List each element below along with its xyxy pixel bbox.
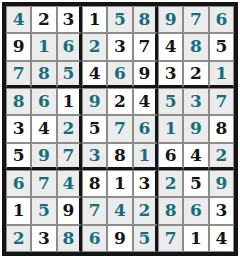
sudoku-cell[interactable]: 7 xyxy=(183,6,208,33)
sudoku-cell[interactable]: 1 xyxy=(209,61,234,88)
sudoku-cell[interactable]: 5 xyxy=(31,197,56,224)
sudoku-cell[interactable]: 1 xyxy=(6,197,31,224)
sudoku-cell[interactable]: 2 xyxy=(31,6,56,33)
sudoku-cell[interactable]: 7 xyxy=(133,33,158,60)
sudoku-cell[interactable]: 8 xyxy=(133,6,158,33)
sudoku-cell[interactable]: 4 xyxy=(133,88,158,115)
sudoku-cell[interactable]: 8 xyxy=(183,33,208,60)
sudoku-cell[interactable]: 5 xyxy=(133,225,158,252)
sudoku-cell[interactable]: 4 xyxy=(107,197,132,224)
sudoku-cell[interactable]: 4 xyxy=(82,61,107,88)
sudoku-cell[interactable]: 5 xyxy=(82,115,107,142)
sudoku-cell[interactable]: 7 xyxy=(209,88,234,115)
sudoku-cell[interactable]: 4 xyxy=(209,225,234,252)
sudoku-cell[interactable]: 7 xyxy=(57,143,82,170)
sudoku-cell[interactable]: 7 xyxy=(82,197,107,224)
sudoku-cell[interactable]: 1 xyxy=(57,88,82,115)
sudoku-cell[interactable]: 9 xyxy=(57,197,82,224)
sudoku-cell[interactable]: 3 xyxy=(6,115,31,142)
sudoku-cell[interactable]: 3 xyxy=(57,6,82,33)
sudoku-cell[interactable]: 4 xyxy=(6,6,31,33)
sudoku-cell[interactable]: 6 xyxy=(158,143,183,170)
sudoku-cell[interactable]: 5 xyxy=(107,6,132,33)
sudoku-cell[interactable]: 8 xyxy=(82,170,107,197)
sudoku-cell[interactable]: 9 xyxy=(82,88,107,115)
sudoku-cell[interactable]: 2 xyxy=(57,115,82,142)
sudoku-cell[interactable]: 4 xyxy=(31,115,56,142)
sudoku-cell[interactable]: 3 xyxy=(82,143,107,170)
sudoku-cell[interactable]: 9 xyxy=(107,225,132,252)
sudoku-cell[interactable]: 1 xyxy=(107,170,132,197)
sudoku-cell[interactable]: 2 xyxy=(183,61,208,88)
sudoku-cell[interactable]: 5 xyxy=(6,143,31,170)
sudoku-cell[interactable]: 5 xyxy=(158,88,183,115)
sudoku-cell[interactable]: 5 xyxy=(209,33,234,60)
sudoku-cell[interactable]: 2 xyxy=(209,143,234,170)
sudoku-cell[interactable]: 2 xyxy=(158,170,183,197)
sudoku-cell[interactable]: 5 xyxy=(57,61,82,88)
sudoku-cell[interactable]: 6 xyxy=(57,33,82,60)
sudoku-cell[interactable]: 6 xyxy=(209,6,234,33)
sudoku-cell[interactable]: 3 xyxy=(133,170,158,197)
sudoku-cell[interactable]: 1 xyxy=(31,33,56,60)
sudoku-cell[interactable]: 1 xyxy=(183,225,208,252)
sudoku-cell[interactable]: 8 xyxy=(57,225,82,252)
sudoku-cell[interactable]: 6 xyxy=(183,197,208,224)
sudoku-cell[interactable]: 6 xyxy=(107,61,132,88)
sudoku-cell[interactable]: 7 xyxy=(31,170,56,197)
sudoku-cell[interactable]: 6 xyxy=(133,115,158,142)
sudoku-cell[interactable]: 8 xyxy=(6,88,31,115)
sudoku-cell[interactable]: 3 xyxy=(209,197,234,224)
sudoku-cell[interactable]: 8 xyxy=(107,143,132,170)
sudoku-cell[interactable]: 9 xyxy=(158,6,183,33)
sudoku-cell[interactable]: 6 xyxy=(6,170,31,197)
sudoku-cell[interactable]: 6 xyxy=(82,225,107,252)
sudoku-cell[interactable]: 4 xyxy=(57,170,82,197)
sudoku-cell[interactable]: 3 xyxy=(158,61,183,88)
sudoku-cell[interactable]: 8 xyxy=(31,61,56,88)
sudoku-board: 4231589769162374857854693218619245373425… xyxy=(2,2,238,256)
sudoku-cell[interactable]: 5 xyxy=(183,170,208,197)
sudoku-cell[interactable]: 7 xyxy=(107,115,132,142)
sudoku-cell[interactable]: 6 xyxy=(31,88,56,115)
sudoku-cell[interactable]: 3 xyxy=(183,88,208,115)
sudoku-cell[interactable]: 2 xyxy=(82,33,107,60)
sudoku-cell[interactable]: 3 xyxy=(31,225,56,252)
sudoku-cell[interactable]: 1 xyxy=(82,6,107,33)
sudoku-cell[interactable]: 8 xyxy=(209,115,234,142)
sudoku-cell[interactable]: 4 xyxy=(183,143,208,170)
sudoku-cell[interactable]: 1 xyxy=(133,143,158,170)
sudoku-cell[interactable]: 9 xyxy=(31,143,56,170)
sudoku-cell[interactable]: 7 xyxy=(6,61,31,88)
sudoku-cell[interactable]: 3 xyxy=(107,33,132,60)
sudoku-cell[interactable]: 2 xyxy=(107,88,132,115)
sudoku-cell[interactable]: 2 xyxy=(6,225,31,252)
sudoku-cell[interactable]: 9 xyxy=(6,33,31,60)
sudoku-cell[interactable]: 8 xyxy=(158,197,183,224)
sudoku-cell[interactable]: 2 xyxy=(133,197,158,224)
sudoku-cell[interactable]: 9 xyxy=(183,115,208,142)
sudoku-cell[interactable]: 7 xyxy=(158,225,183,252)
sudoku-cell[interactable]: 9 xyxy=(209,170,234,197)
sudoku-cell[interactable]: 4 xyxy=(158,33,183,60)
sudoku-cell[interactable]: 1 xyxy=(158,115,183,142)
sudoku-cell[interactable]: 9 xyxy=(133,61,158,88)
